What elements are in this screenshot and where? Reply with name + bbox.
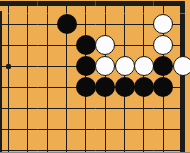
board-intersection[interactable] [38,56,57,77]
board-intersection[interactable] [38,77,57,98]
board-intersection[interactable] [18,77,37,98]
white-stone [173,56,190,76]
board-intersection[interactable] [96,119,115,140]
board-intersection[interactable] [96,140,115,153]
black-stone [76,35,96,55]
board-intersection[interactable] [0,35,18,56]
star-point [6,64,11,69]
board-intersection[interactable] [115,140,134,153]
board-intersection[interactable] [134,0,153,14]
board-intersection[interactable] [0,77,18,98]
board-intersection[interactable] [134,98,153,119]
board-intersection[interactable] [57,119,76,140]
board-intersection[interactable] [115,35,134,56]
board-intersection[interactable] [0,14,18,35]
board-intersection[interactable] [173,140,190,153]
board-intersection[interactable] [18,56,37,77]
board-intersection[interactable] [115,14,134,35]
board-intersection[interactable] [57,35,76,56]
board-intersection[interactable] [18,14,37,35]
board-intersection[interactable] [134,35,153,56]
board-intersection[interactable] [57,77,76,98]
black-stone [57,14,77,34]
board-intersection[interactable] [38,14,57,35]
board-intersection[interactable] [38,35,57,56]
board-intersection[interactable] [173,119,190,140]
board-intersection[interactable] [38,0,57,14]
board-intersection[interactable] [115,98,134,119]
board-intersection[interactable] [96,14,115,35]
board-intersection[interactable] [154,140,173,153]
board-intersection[interactable] [38,98,57,119]
board-intersection[interactable] [154,119,173,140]
board-intersection[interactable] [173,35,190,56]
board-intersection[interactable] [0,119,18,140]
board-intersection[interactable] [173,77,190,98]
board-intersection[interactable] [0,98,18,119]
board-intersection[interactable] [18,35,37,56]
board-intersection[interactable] [18,140,37,153]
board-intersection[interactable] [76,98,95,119]
board-intersection[interactable] [96,0,115,14]
board-intersection[interactable] [173,98,190,119]
board-intersection[interactable] [76,14,95,35]
black-stone [134,77,154,97]
black-stone [76,77,96,97]
board-intersection[interactable] [173,14,190,35]
board-intersection[interactable] [76,119,95,140]
board-intersection[interactable] [76,0,95,14]
go-board [0,0,190,152]
board-intersection[interactable] [115,0,134,14]
board-intersection[interactable] [154,0,173,14]
black-stone [115,77,135,97]
board-intersection[interactable] [134,140,153,153]
board-intersection[interactable] [96,98,115,119]
board-intersection[interactable] [154,98,173,119]
white-stone [115,56,135,76]
board-intersection[interactable] [0,0,18,14]
board-intersection[interactable] [18,98,37,119]
board-intersection[interactable] [0,140,18,153]
black-stone [76,56,96,76]
board-intersection[interactable] [173,0,190,14]
board-intersection[interactable] [18,119,37,140]
board-intersection[interactable] [134,14,153,35]
board-intersection[interactable] [57,98,76,119]
board-intersection[interactable] [115,119,134,140]
board-intersection[interactable] [57,140,76,153]
board-intersection[interactable] [134,119,153,140]
white-stone [134,56,154,76]
board-intersection[interactable] [38,140,57,153]
left-crop-line [0,11,2,152]
board-intersection[interactable] [57,0,76,14]
board-intersection[interactable] [38,119,57,140]
goban-grid [0,0,190,152]
board-intersection[interactable] [18,0,37,14]
board-intersection[interactable] [57,56,76,77]
board-intersection[interactable] [76,140,95,153]
